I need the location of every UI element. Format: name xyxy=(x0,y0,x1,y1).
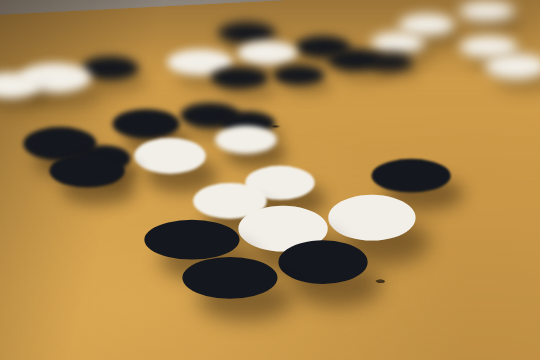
stone-white: ● xyxy=(134,134,206,170)
go-board-photo: ●●●●●●●●●●●●●●●●●●●●●●●●●●●●●●●● xyxy=(0,0,540,360)
stone-black: ● xyxy=(49,150,125,184)
stones-layer: ●●●●●●●●●●●●●●●●●●●●●●●●●●●●●●●● xyxy=(0,0,540,360)
stone-white: ● xyxy=(0,69,40,95)
stone-black: ● xyxy=(211,65,269,87)
stone-white: ● xyxy=(485,50,540,76)
white-stone-glyph: ● xyxy=(129,129,211,176)
black-stone-glyph: ● xyxy=(366,48,416,71)
black-stone-glyph: ● xyxy=(44,145,130,189)
black-stone-glyph: ● xyxy=(207,62,273,91)
black-stone-glyph: ● xyxy=(176,246,285,301)
stone-black: ● xyxy=(273,63,325,83)
stone-white: ● xyxy=(459,0,515,19)
white-stone-glyph: ● xyxy=(481,46,540,80)
stone-white: ● xyxy=(215,122,277,150)
black-stone-glyph: ● xyxy=(272,228,374,285)
white-stone-glyph: ● xyxy=(455,0,519,22)
stone-black: ● xyxy=(182,252,278,294)
black-stone-glyph: ● xyxy=(270,60,329,86)
stone-black: ● xyxy=(369,51,413,69)
stone-black: ● xyxy=(278,235,368,279)
white-stone-glyph: ● xyxy=(0,65,44,99)
white-stone-glyph: ● xyxy=(211,118,281,154)
